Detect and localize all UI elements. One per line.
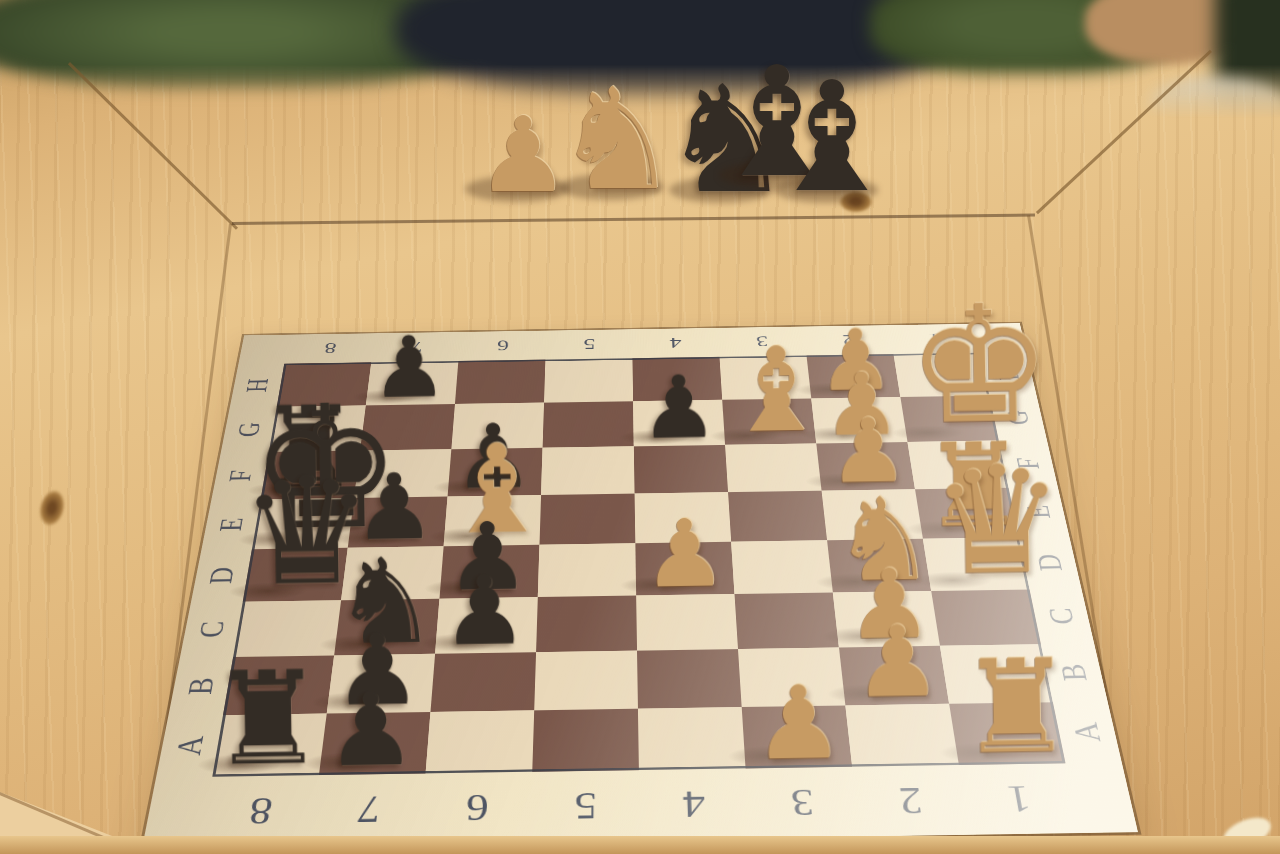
square-d4[interactable]: ♟: [635, 542, 734, 596]
captured-black-bishop[interactable]: ♝: [756, 62, 908, 214]
coordinate-label-top: 5: [545, 329, 632, 359]
square-e5[interactable]: [539, 494, 635, 545]
coordinate-text: D: [1032, 554, 1067, 571]
table-front-edge: [0, 836, 1280, 854]
square-g3[interactable]: ♝: [722, 398, 816, 444]
coordinate-label-top: 4: [632, 328, 719, 358]
square-b6[interactable]: [430, 652, 536, 712]
piece-white-rook-a1[interactable]: ♜: [958, 641, 1067, 771]
coordinate-text: F: [1012, 457, 1045, 469]
coordinate-label-bottom: 3: [746, 767, 860, 839]
coordinate-text: 8: [323, 341, 337, 357]
coordinate-text: 3: [755, 334, 768, 350]
coordinate-text: 4: [682, 785, 706, 823]
coordinate-text: 8: [246, 792, 274, 830]
board-border-corner: [238, 335, 289, 365]
coordinate-label-bottom: 1: [959, 763, 1080, 834]
coordinate-label-bottom: 6: [420, 772, 532, 844]
coordinate-label-top: 6: [458, 331, 546, 361]
coordinate-text: 7: [410, 339, 423, 355]
piece-white-pawn-d4[interactable]: ♟: [635, 506, 735, 601]
coordinate-text: H: [992, 366, 1024, 380]
coordinate-text: 2: [896, 782, 924, 820]
piece-black-pawn-c6[interactable]: ♟: [433, 562, 536, 659]
coordinate-text: G: [233, 422, 265, 437]
coordinate-text: 2: [841, 332, 855, 348]
square-a1[interactable]: ♜: [949, 702, 1065, 765]
coordinate-text: 7: [355, 790, 382, 828]
square-c4[interactable]: [636, 594, 738, 651]
square-f5[interactable]: [541, 446, 634, 495]
square-a3[interactable]: ♟: [742, 705, 853, 768]
coordinate-text: 5: [583, 336, 595, 352]
chessboard: 87654321H♟♟HG♟♝♟♚GF♜♟♟FE♚♟♝♜ED♛♟♟♞♛DC♞♟♟…: [142, 323, 1138, 848]
square-e3[interactable]: [728, 491, 827, 542]
piece-white-pawn-b2[interactable]: ♟: [845, 611, 951, 711]
coordinate-text: H: [242, 378, 273, 392]
square-h6[interactable]: [455, 360, 545, 404]
coordinate-text: F: [224, 470, 256, 482]
square-c5[interactable]: [536, 596, 637, 653]
square-b4[interactable]: [637, 649, 742, 709]
coordinate-text: C: [194, 621, 230, 638]
coordinate-text: D: [204, 567, 239, 585]
coordinate-text: E: [215, 517, 249, 531]
coordinate-label-bottom: 2: [852, 765, 970, 837]
coordinate-text: 1: [1004, 780, 1033, 818]
coordinate-label-bottom: 7: [310, 773, 426, 845]
coordinate-text: C: [1043, 608, 1079, 625]
coordinate-text: A: [171, 736, 209, 757]
coordinate-text: 6: [465, 788, 490, 826]
coordinate-text: 6: [496, 338, 509, 354]
piece-black-pawn-g4[interactable]: ♟: [633, 363, 726, 451]
square-c6[interactable]: ♟: [435, 597, 538, 654]
square-a8[interactable]: ♜: [212, 714, 326, 777]
square-h5[interactable]: [544, 358, 633, 402]
piece-black-pawn-a7[interactable]: ♟: [317, 679, 426, 782]
coordinate-text: 5: [574, 787, 597, 825]
coordinate-text: E: [1022, 505, 1056, 519]
coordinate-label-bottom: 5: [530, 770, 640, 842]
coordinate-text: 3: [789, 783, 815, 821]
square-b5[interactable]: [534, 651, 638, 711]
coordinate-label-bottom: 4: [639, 768, 750, 840]
coordinate-text: B: [1055, 664, 1092, 682]
square-a7[interactable]: ♟: [319, 712, 431, 775]
coordinate-text: 1: [927, 331, 942, 347]
square-b2[interactable]: ♟: [839, 646, 949, 706]
coordinate-text: G: [1002, 410, 1035, 425]
piece-black-rook-a8[interactable]: ♜: [209, 653, 318, 783]
coordinate-label-top: 8: [284, 333, 375, 363]
square-a5[interactable]: [532, 709, 639, 772]
coordinate-text: A: [1068, 722, 1107, 742]
coordinate-text: 4: [669, 335, 681, 351]
square-f4[interactable]: [634, 445, 728, 494]
piece-white-pawn-a3[interactable]: ♟: [744, 672, 853, 775]
square-g4[interactable]: ♟: [633, 400, 725, 446]
coordinate-text: B: [183, 677, 220, 695]
piece-white-bishop-g3[interactable]: ♝: [724, 332, 817, 450]
square-a6[interactable]: [426, 710, 535, 773]
photo-stage: ♟♞♞♝♝ 87654321H♟♟HG♟♝♟♚GF♜♟♟FE♚♟♝♜ED♛♟♟♞…: [0, 0, 1280, 854]
